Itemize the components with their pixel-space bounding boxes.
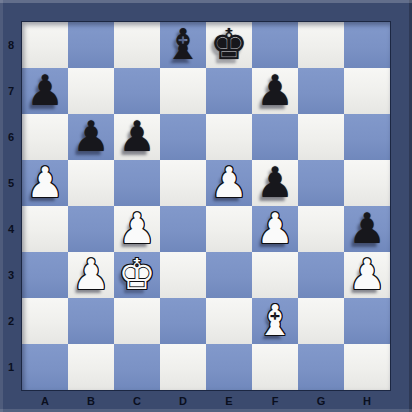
square-a5[interactable]: ♟ bbox=[22, 160, 68, 206]
square-g8[interactable] bbox=[298, 22, 344, 68]
white-pawn-b3[interactable]: ♟ bbox=[72, 252, 110, 298]
black-pawn-h4[interactable]: ♟ bbox=[348, 206, 386, 252]
white-pawn-c4[interactable]: ♟ bbox=[118, 206, 156, 252]
file-label-a: A bbox=[22, 390, 68, 412]
square-f6[interactable] bbox=[252, 114, 298, 160]
square-c6[interactable]: ♟ bbox=[114, 114, 160, 160]
square-e4[interactable] bbox=[206, 206, 252, 252]
file-label-g: G bbox=[298, 390, 344, 412]
square-a4[interactable] bbox=[22, 206, 68, 252]
square-b8[interactable] bbox=[68, 22, 114, 68]
black-bishop-d8[interactable]: ♝ bbox=[164, 22, 202, 68]
black-king-e8[interactable]: ♚ bbox=[210, 22, 248, 68]
rank-label-3: 3 bbox=[0, 252, 22, 298]
square-h2[interactable] bbox=[344, 298, 390, 344]
square-f8[interactable] bbox=[252, 22, 298, 68]
square-a2[interactable] bbox=[22, 298, 68, 344]
square-a1[interactable] bbox=[22, 344, 68, 390]
square-c5[interactable] bbox=[114, 160, 160, 206]
square-e6[interactable] bbox=[206, 114, 252, 160]
square-f5[interactable]: ♟ bbox=[252, 160, 298, 206]
square-g5[interactable] bbox=[298, 160, 344, 206]
black-pawn-b6[interactable]: ♟ bbox=[72, 114, 110, 160]
square-c1[interactable] bbox=[114, 344, 160, 390]
square-a6[interactable] bbox=[22, 114, 68, 160]
square-e7[interactable] bbox=[206, 68, 252, 114]
square-e1[interactable] bbox=[206, 344, 252, 390]
square-e3[interactable] bbox=[206, 252, 252, 298]
square-d3[interactable] bbox=[160, 252, 206, 298]
rank-label-6: 6 bbox=[0, 114, 22, 160]
chessboard-frame: ♝♚♟♟♟♟♟♟♟♟♟♟♟♚♟♝ 87654321 ABCDEFGH bbox=[0, 0, 412, 412]
file-label-d: D bbox=[160, 390, 206, 412]
rank-label-1: 1 bbox=[0, 344, 22, 390]
square-h8[interactable] bbox=[344, 22, 390, 68]
square-d8[interactable]: ♝ bbox=[160, 22, 206, 68]
square-f4[interactable]: ♟ bbox=[252, 206, 298, 252]
square-b7[interactable] bbox=[68, 68, 114, 114]
rank-label-5: 5 bbox=[0, 160, 22, 206]
file-label-b: B bbox=[68, 390, 114, 412]
square-b6[interactable]: ♟ bbox=[68, 114, 114, 160]
square-c8[interactable] bbox=[114, 22, 160, 68]
rank-label-4: 4 bbox=[0, 206, 22, 252]
square-a8[interactable] bbox=[22, 22, 68, 68]
square-g7[interactable] bbox=[298, 68, 344, 114]
square-f1[interactable] bbox=[252, 344, 298, 390]
square-b2[interactable] bbox=[68, 298, 114, 344]
rank-label-7: 7 bbox=[0, 68, 22, 114]
file-label-e: E bbox=[206, 390, 252, 412]
square-b5[interactable] bbox=[68, 160, 114, 206]
square-h7[interactable] bbox=[344, 68, 390, 114]
rank-label-8: 8 bbox=[0, 22, 22, 68]
square-a3[interactable] bbox=[22, 252, 68, 298]
square-b3[interactable]: ♟ bbox=[68, 252, 114, 298]
square-e2[interactable] bbox=[206, 298, 252, 344]
file-label-h: H bbox=[344, 390, 390, 412]
square-g3[interactable] bbox=[298, 252, 344, 298]
white-bishop-f2[interactable]: ♝ bbox=[256, 298, 294, 344]
chessboard: ♝♚♟♟♟♟♟♟♟♟♟♟♟♚♟♝ bbox=[22, 22, 390, 390]
black-pawn-f5[interactable]: ♟ bbox=[256, 160, 294, 206]
square-h6[interactable] bbox=[344, 114, 390, 160]
square-d6[interactable] bbox=[160, 114, 206, 160]
black-pawn-c6[interactable]: ♟ bbox=[118, 114, 156, 160]
square-e8[interactable]: ♚ bbox=[206, 22, 252, 68]
square-b4[interactable] bbox=[68, 206, 114, 252]
square-c3[interactable]: ♚ bbox=[114, 252, 160, 298]
square-d1[interactable] bbox=[160, 344, 206, 390]
white-pawn-f4[interactable]: ♟ bbox=[256, 206, 294, 252]
square-d5[interactable] bbox=[160, 160, 206, 206]
rank-label-2: 2 bbox=[0, 298, 22, 344]
black-pawn-a7[interactable]: ♟ bbox=[26, 68, 64, 114]
square-g4[interactable] bbox=[298, 206, 344, 252]
square-h4[interactable]: ♟ bbox=[344, 206, 390, 252]
square-b1[interactable] bbox=[68, 344, 114, 390]
square-d7[interactable] bbox=[160, 68, 206, 114]
square-d4[interactable] bbox=[160, 206, 206, 252]
square-f2[interactable]: ♝ bbox=[252, 298, 298, 344]
square-c4[interactable]: ♟ bbox=[114, 206, 160, 252]
black-pawn-f7[interactable]: ♟ bbox=[256, 68, 294, 114]
square-h1[interactable] bbox=[344, 344, 390, 390]
square-g2[interactable] bbox=[298, 298, 344, 344]
square-f7[interactable]: ♟ bbox=[252, 68, 298, 114]
file-label-f: F bbox=[252, 390, 298, 412]
square-g1[interactable] bbox=[298, 344, 344, 390]
file-label-c: C bbox=[114, 390, 160, 412]
square-h5[interactable] bbox=[344, 160, 390, 206]
square-c7[interactable] bbox=[114, 68, 160, 114]
square-d2[interactable] bbox=[160, 298, 206, 344]
square-c2[interactable] bbox=[114, 298, 160, 344]
square-h3[interactable]: ♟ bbox=[344, 252, 390, 298]
white-king-c3[interactable]: ♚ bbox=[118, 252, 156, 298]
white-pawn-e5[interactable]: ♟ bbox=[210, 160, 248, 206]
square-e5[interactable]: ♟ bbox=[206, 160, 252, 206]
white-pawn-h3[interactable]: ♟ bbox=[348, 252, 386, 298]
square-g6[interactable] bbox=[298, 114, 344, 160]
square-f3[interactable] bbox=[252, 252, 298, 298]
white-pawn-a5[interactable]: ♟ bbox=[26, 160, 64, 206]
square-a7[interactable]: ♟ bbox=[22, 68, 68, 114]
